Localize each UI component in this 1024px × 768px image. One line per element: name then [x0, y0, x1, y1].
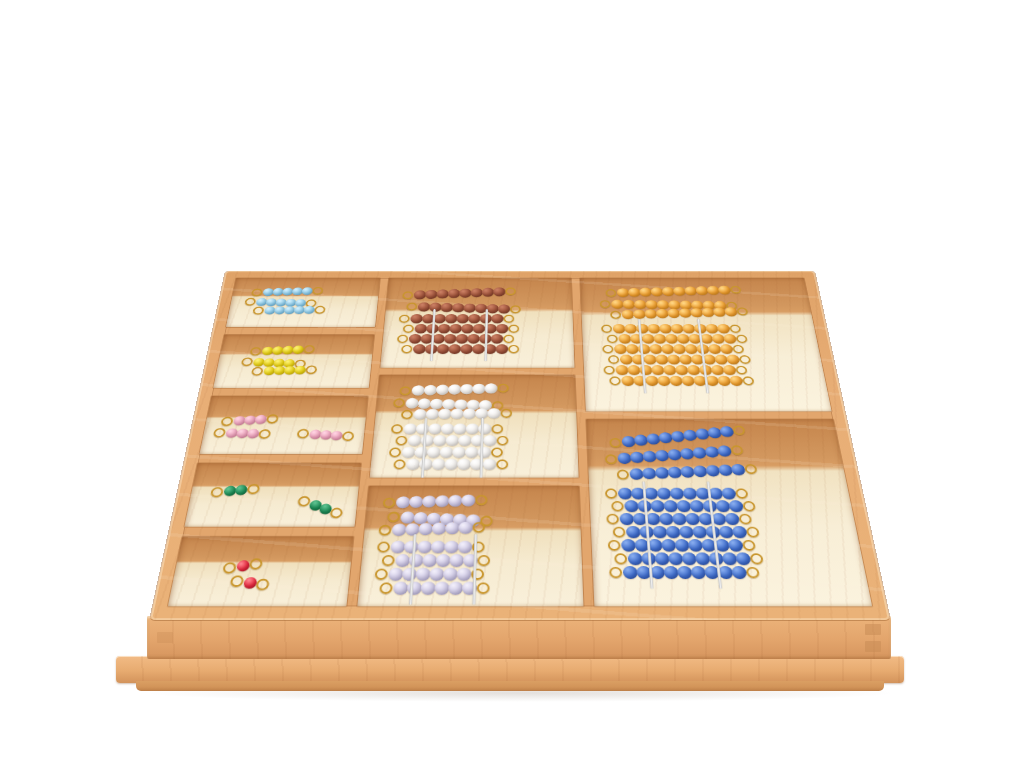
pink-bead	[255, 415, 267, 425]
bead-bar-10-golden	[606, 334, 749, 344]
wire-ring	[379, 582, 393, 593]
bead-bar-9-dark-blue	[604, 488, 750, 500]
white-bead	[472, 384, 485, 395]
box-lid-lower-edge	[136, 681, 884, 691]
wire-ring	[223, 561, 236, 574]
white-bead	[483, 459, 497, 470]
bead-bar-8-brown	[400, 344, 520, 354]
bead-bar-7-white	[399, 383, 510, 396]
wire-ring	[601, 325, 612, 333]
bead-bar-8-brown	[402, 287, 517, 300]
wood-grain-overlay	[116, 656, 904, 683]
light-blue-bead	[302, 287, 313, 295]
white-bead	[438, 409, 451, 420]
lavender-bead	[456, 568, 471, 581]
lavender-bead	[434, 582, 449, 595]
wire-ring	[397, 335, 409, 343]
lavender-bead	[448, 582, 463, 595]
compartment-8-brown	[380, 278, 574, 368]
dovetail-joint	[865, 641, 881, 652]
wire-ring	[399, 315, 410, 323]
bead-bar-1-red	[222, 557, 263, 574]
wire-ring	[742, 376, 755, 385]
white-bead	[436, 385, 449, 396]
bead-bar-5-light-blue	[252, 306, 327, 315]
wire-ring	[403, 325, 414, 333]
light-blue-bead	[303, 306, 315, 314]
wire-ring	[312, 287, 323, 295]
wire-ring	[255, 578, 271, 591]
bead-bar-3-pink	[212, 428, 273, 439]
bead-bar-10-golden	[608, 376, 755, 386]
bead-bar-8-brown	[402, 324, 520, 333]
wire-ring	[609, 438, 623, 449]
wire-ring	[379, 525, 392, 536]
wire-ring	[735, 488, 748, 498]
lavender-bead	[435, 495, 449, 507]
bead-bar-7-white	[400, 408, 513, 420]
wire-ring	[505, 287, 516, 295]
wire-ring	[229, 575, 245, 588]
wire-ring	[604, 454, 617, 465]
wire-ring	[736, 335, 748, 343]
wire-ring	[738, 514, 752, 525]
wire-ring	[491, 424, 503, 433]
white-bead	[424, 385, 437, 396]
wire-ring	[732, 425, 746, 435]
wire-ring	[744, 464, 758, 474]
wire-ring	[341, 431, 354, 441]
box-interior	[168, 278, 872, 606]
white-bead	[450, 409, 463, 420]
lavender-bead	[396, 496, 410, 508]
compartment-1-red	[168, 537, 354, 607]
wire-ring	[395, 436, 407, 446]
wire-ring	[605, 488, 618, 498]
wire-ring	[603, 366, 615, 375]
compartment-3-pink	[199, 396, 367, 454]
lavender-bead	[419, 523, 433, 536]
bead-bar-7-white	[394, 435, 509, 446]
brown-bead	[493, 287, 506, 296]
green-bead	[235, 484, 248, 495]
dark-blue-bead	[728, 500, 744, 512]
white-bead	[483, 435, 497, 446]
box-walls	[150, 271, 890, 620]
brown-bead	[496, 324, 509, 333]
wire-ring	[266, 414, 278, 424]
box-front-wall	[147, 616, 891, 659]
dark-blue-bead	[732, 526, 748, 538]
box-lid-board	[116, 656, 904, 683]
wire-ring	[735, 366, 747, 375]
wire-ring	[377, 542, 390, 553]
bead-bar-8-brown	[398, 314, 515, 323]
brown-bead	[491, 334, 504, 344]
wire-ring	[249, 557, 262, 570]
bead-bar-7-white	[390, 424, 504, 435]
wire-ring	[399, 386, 411, 395]
wire-ring	[610, 311, 622, 319]
wire-ring	[393, 398, 405, 407]
wire-ring	[389, 448, 402, 458]
bead-bar-8-brown	[405, 302, 522, 314]
white-bead	[460, 384, 473, 395]
dark-blue-bead	[717, 445, 733, 457]
wire-ring	[401, 410, 413, 419]
wire-ring	[730, 286, 742, 294]
bead-bar-10-golden	[607, 355, 752, 365]
wire-ring	[496, 459, 508, 469]
dark-blue-bead	[728, 539, 744, 552]
bead-bar-6-lavender	[378, 521, 486, 537]
wire-ring	[382, 555, 395, 566]
compartment-4-yellow	[213, 335, 374, 388]
wire-ring	[241, 357, 254, 366]
compartment-2-green	[184, 463, 361, 527]
wire-ring	[477, 555, 490, 566]
white-bead	[463, 408, 476, 419]
wire-ring	[609, 376, 621, 385]
wire-ring	[616, 469, 629, 479]
wire-ring	[742, 540, 756, 551]
lavender-bead	[444, 541, 459, 554]
white-bead	[465, 447, 479, 458]
wire-ring	[401, 345, 413, 353]
bead-bar-10-golden	[603, 365, 749, 375]
wire-ring	[491, 448, 503, 458]
wire-ring	[746, 567, 760, 578]
bead-bar-9-dark-blue	[612, 526, 761, 538]
bead-bar-10-golden	[600, 324, 742, 333]
lavender-bead	[392, 523, 407, 536]
dark-blue-bead	[721, 488, 736, 500]
wire-ring	[375, 569, 389, 580]
bead-bar-2-green	[295, 494, 345, 520]
bead-bar-7-white	[388, 447, 504, 458]
white-bead	[484, 383, 497, 394]
wire-ring	[602, 345, 613, 353]
red-bead	[237, 559, 250, 572]
lavender-bead	[443, 568, 458, 581]
compartment-9-dark-blue	[586, 419, 872, 606]
wire-ring	[508, 325, 519, 333]
lavender-bead	[422, 495, 436, 507]
golden-bead	[718, 285, 732, 294]
wire-ring	[258, 429, 272, 439]
wire-ring	[606, 514, 619, 525]
golden-bead	[726, 355, 740, 365]
wire-ring	[613, 527, 626, 538]
bead-bar-3-pink	[295, 429, 355, 442]
wire-ring	[503, 315, 514, 323]
dark-blue-bead	[730, 464, 746, 476]
brown-bead	[414, 290, 426, 299]
wire-ring	[252, 307, 264, 315]
lavender-bead	[461, 494, 475, 506]
wire-ring	[736, 307, 748, 315]
wire-ring	[503, 335, 514, 343]
wire-ring	[251, 367, 263, 376]
lavender-bead	[458, 541, 473, 554]
white-bead	[487, 408, 500, 419]
bead-bar-10-golden	[601, 344, 745, 354]
wire-ring	[608, 540, 621, 551]
brown-bead	[498, 304, 511, 313]
wire-ring	[247, 483, 260, 494]
dark-blue-bead	[735, 552, 751, 565]
bead-box-top	[150, 271, 890, 620]
yellow-bead	[294, 366, 306, 375]
bead-bar-4-yellow	[250, 365, 318, 375]
dovetail-joint	[865, 624, 881, 635]
lavender-bead	[445, 522, 459, 535]
wire-ring	[600, 300, 611, 308]
wire-ring	[383, 497, 396, 508]
wire-ring	[750, 553, 764, 564]
wire-ring	[213, 428, 227, 438]
wire-ring	[403, 291, 414, 299]
wire-ring	[730, 445, 744, 455]
golden-bead	[722, 365, 736, 375]
bead-bar-9-dark-blue	[615, 463, 759, 481]
bead-bar-5-light-blue	[250, 287, 324, 297]
wire-ring	[605, 289, 616, 297]
bead-bar-9-dark-blue	[608, 566, 761, 579]
wire-ring	[211, 487, 224, 498]
golden-bead	[723, 334, 737, 344]
compartment-6-lavender	[357, 486, 583, 606]
wire-ring	[729, 325, 741, 333]
bead-bar-10-golden	[604, 285, 742, 297]
wire-ring	[510, 305, 521, 313]
wire-ring	[608, 355, 620, 364]
lavender-bead	[432, 522, 446, 535]
lavender-bead	[448, 495, 462, 507]
wire-ring	[251, 288, 263, 296]
bead-bar-4-yellow	[249, 345, 316, 356]
bead-bar-6-lavender	[373, 568, 485, 581]
wood-grain-overlay	[147, 616, 891, 659]
wire-ring	[305, 365, 317, 374]
golden-bead	[717, 324, 731, 333]
bead-bar-9-dark-blue	[605, 513, 753, 525]
bead-bar-7-white	[392, 459, 509, 470]
wire-ring	[611, 501, 624, 511]
white-bead	[448, 384, 461, 395]
dark-blue-bead	[724, 513, 740, 525]
golden-bead	[729, 376, 743, 386]
wire-ring	[477, 582, 490, 593]
wire-ring	[244, 298, 256, 306]
wire-ring	[497, 436, 509, 446]
wire-ring	[303, 345, 315, 354]
wire-ring	[387, 511, 401, 522]
brown-bead	[491, 314, 504, 323]
bead-bar-6-lavender	[376, 541, 486, 554]
golden-bead	[720, 344, 734, 354]
bead-bar-9-dark-blue	[610, 500, 757, 512]
wire-ring	[739, 355, 751, 364]
lavender-bead	[458, 521, 472, 534]
wire-ring	[475, 495, 487, 506]
montessori-bead-box-photo	[0, 0, 1024, 768]
wire-ring	[508, 345, 519, 353]
wire-ring	[609, 567, 622, 578]
bead-bar-3-pink	[220, 414, 280, 427]
bead-bar-1-red	[228, 575, 271, 591]
bead-bar-8-brown	[396, 334, 515, 344]
yellow-bead	[292, 345, 304, 354]
wire-ring	[742, 501, 756, 511]
dark-blue-bead	[731, 566, 747, 579]
compartment-10-golden	[580, 278, 832, 411]
lavender-bead	[405, 523, 420, 536]
wire-ring	[393, 459, 406, 469]
wire-ring	[391, 424, 403, 433]
wire-ring	[614, 553, 627, 564]
compartment-7-white	[370, 375, 579, 478]
wire-ring	[501, 409, 513, 418]
wire-ring	[406, 303, 418, 311]
bead-bar-2-green	[210, 483, 261, 497]
wire-ring	[250, 347, 262, 356]
wire-ring	[314, 306, 326, 314]
golden-bead	[724, 307, 738, 317]
wire-ring	[746, 527, 760, 538]
brown-bead	[496, 344, 509, 354]
wire-ring	[607, 335, 618, 343]
bead-bar-9-dark-blue	[613, 552, 765, 565]
wire-ring	[497, 384, 509, 393]
lavender-bead	[409, 496, 423, 508]
wire-ring	[732, 345, 744, 353]
white-bead	[412, 385, 425, 396]
wire-ring	[473, 522, 485, 533]
bead-bar-6-lavender	[382, 494, 489, 509]
wire-ring	[296, 429, 310, 439]
lavender-bead	[449, 554, 464, 567]
bead-bar-9-dark-blue	[607, 539, 757, 552]
dovetail-joint	[157, 632, 173, 643]
compartment-5-light-blue	[226, 278, 380, 327]
wire-ring	[221, 416, 234, 426]
